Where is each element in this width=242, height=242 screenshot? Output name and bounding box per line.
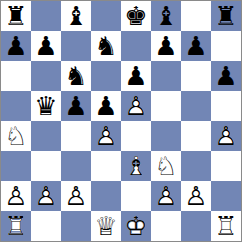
white-pawn-piece: ♟♙ (151, 181, 181, 211)
square-g8[interactable] (181, 1, 211, 31)
square-a7[interactable]: ♟ (1, 31, 31, 61)
square-a2[interactable]: ♟♙ (1, 181, 31, 211)
square-f8[interactable]: ♝ (151, 1, 181, 31)
white-rook-outline: ♖ (1, 211, 31, 241)
white-rook-outline: ♖ (211, 211, 241, 241)
white-bishop-piece: ♝♗ (121, 151, 151, 181)
square-b6[interactable] (31, 61, 61, 91)
white-pawn-outline: ♙ (91, 121, 121, 151)
black-pawn-glyph: ♟ (94, 93, 117, 119)
square-g4[interactable] (181, 121, 211, 151)
white-pawn-outline: ♙ (211, 121, 241, 151)
square-d3[interactable] (91, 151, 121, 181)
square-d7[interactable]: ♞ (91, 31, 121, 61)
white-rook-piece: ♜♖ (1, 211, 31, 241)
black-rook-piece: ♜ (1, 1, 31, 31)
black-bishop-glyph: ♝ (154, 3, 177, 29)
square-g5[interactable] (181, 91, 211, 121)
square-d8[interactable] (91, 1, 121, 31)
square-a8[interactable]: ♜ (1, 1, 31, 31)
white-pawn-piece: ♟♙ (121, 91, 151, 121)
square-f1[interactable] (151, 211, 181, 241)
square-a5[interactable] (1, 91, 31, 121)
square-e3[interactable]: ♝♗ (121, 151, 151, 181)
black-bishop-glyph: ♝ (64, 3, 87, 29)
white-pawn-piece: ♟♙ (31, 181, 61, 211)
square-d2[interactable] (91, 181, 121, 211)
black-queen-glyph: ♛ (34, 93, 57, 119)
square-e2[interactable] (121, 181, 151, 211)
black-pawn-glyph: ♟ (4, 33, 27, 59)
square-b5[interactable]: ♛ (31, 91, 61, 121)
black-pawn-piece: ♟ (61, 91, 91, 121)
square-g2[interactable]: ♟♙ (181, 181, 211, 211)
white-pawn-outline: ♙ (61, 181, 91, 211)
black-rook-glyph: ♜ (4, 3, 27, 29)
white-knight-outline: ♘ (1, 121, 31, 151)
square-d5[interactable]: ♟ (91, 91, 121, 121)
white-king-piece: ♚♔ (121, 211, 151, 241)
square-h8[interactable]: ♜ (211, 1, 241, 31)
white-knight-piece: ♞♘ (1, 121, 31, 151)
square-f2[interactable]: ♟♙ (151, 181, 181, 211)
square-g7[interactable]: ♟ (181, 31, 211, 61)
white-pawn-outline: ♙ (181, 181, 211, 211)
square-a1[interactable]: ♜♖ (1, 211, 31, 241)
white-pawn-piece: ♟♙ (181, 181, 211, 211)
white-king-outline: ♔ (121, 211, 151, 241)
square-e6[interactable]: ♟ (121, 61, 151, 91)
square-e8[interactable]: ♚ (121, 1, 151, 31)
chess-board: ♜♝♚♝♜♟♟♞♟♟♞♟♟♛♟♟♟♙♞♘♟♙♟♙♝♗♞♘♟♙♟♙♟♙♟♙♟♙♜♖… (0, 0, 242, 242)
square-d4[interactable]: ♟♙ (91, 121, 121, 151)
black-king-piece: ♚ (121, 1, 151, 31)
square-f3[interactable]: ♞♘ (151, 151, 181, 181)
black-bishop-piece: ♝ (61, 1, 91, 31)
square-g3[interactable] (181, 151, 211, 181)
square-f6[interactable] (151, 61, 181, 91)
square-c8[interactable]: ♝ (61, 1, 91, 31)
black-rook-piece: ♜ (211, 1, 241, 31)
square-d1[interactable]: ♛♕ (91, 211, 121, 241)
black-queen-piece: ♛ (31, 91, 61, 121)
square-a4[interactable]: ♞♘ (1, 121, 31, 151)
black-pawn-glyph: ♟ (154, 33, 177, 59)
square-g1[interactable] (181, 211, 211, 241)
white-pawn-outline: ♙ (31, 181, 61, 211)
white-pawn-outline: ♙ (151, 181, 181, 211)
square-c4[interactable] (61, 121, 91, 151)
square-h3[interactable] (211, 151, 241, 181)
white-knight-piece: ♞♘ (151, 151, 181, 181)
white-pawn-outline: ♙ (1, 181, 31, 211)
square-b8[interactable] (31, 1, 61, 31)
square-e4[interactable] (121, 121, 151, 151)
white-pawn-piece: ♟♙ (1, 181, 31, 211)
white-pawn-piece: ♟♙ (211, 121, 241, 151)
square-e7[interactable] (121, 31, 151, 61)
square-f4[interactable] (151, 121, 181, 151)
black-pawn-piece: ♟ (1, 31, 31, 61)
square-b1[interactable] (31, 211, 61, 241)
square-g6[interactable] (181, 61, 211, 91)
square-f7[interactable]: ♟ (151, 31, 181, 61)
white-queen-outline: ♕ (91, 211, 121, 241)
black-pawn-piece: ♟ (151, 31, 181, 61)
square-c7[interactable] (61, 31, 91, 61)
black-knight-piece: ♞ (91, 31, 121, 61)
black-pawn-piece: ♟ (31, 31, 61, 61)
square-h5[interactable] (211, 91, 241, 121)
square-b4[interactable] (31, 121, 61, 151)
black-rook-glyph: ♜ (214, 3, 237, 29)
square-e1[interactable]: ♚♔ (121, 211, 151, 241)
white-knight-outline: ♘ (151, 151, 181, 181)
black-pawn-glyph: ♟ (184, 33, 207, 59)
black-pawn-piece: ♟ (211, 61, 241, 91)
black-pawn-piece: ♟ (91, 91, 121, 121)
white-pawn-piece: ♟♙ (61, 181, 91, 211)
square-b2[interactable]: ♟♙ (31, 181, 61, 211)
black-pawn-glyph: ♟ (64, 93, 87, 119)
black-pawn-piece: ♟ (181, 31, 211, 61)
square-c3[interactable] (61, 151, 91, 181)
square-b7[interactable]: ♟ (31, 31, 61, 61)
square-h7[interactable] (211, 31, 241, 61)
square-e5[interactable]: ♟♙ (121, 91, 151, 121)
black-pawn-glyph: ♟ (214, 63, 237, 89)
square-d6[interactable] (91, 61, 121, 91)
white-pawn-piece: ♟♙ (91, 121, 121, 151)
black-bishop-piece: ♝ (151, 1, 181, 31)
black-pawn-glyph: ♟ (124, 63, 147, 89)
square-c6[interactable]: ♞ (61, 61, 91, 91)
square-h1[interactable]: ♜♖ (211, 211, 241, 241)
black-knight-glyph: ♞ (94, 33, 117, 59)
square-h6[interactable]: ♟ (211, 61, 241, 91)
black-knight-glyph: ♞ (64, 63, 87, 89)
black-knight-piece: ♞ (61, 61, 91, 91)
square-c1[interactable] (61, 211, 91, 241)
white-queen-piece: ♛♕ (91, 211, 121, 241)
white-bishop-outline: ♗ (121, 151, 151, 181)
square-c2[interactable]: ♟♙ (61, 181, 91, 211)
square-h4[interactable]: ♟♙ (211, 121, 241, 151)
black-pawn-piece: ♟ (121, 61, 151, 91)
white-rook-piece: ♜♖ (211, 211, 241, 241)
square-h2[interactable] (211, 181, 241, 211)
square-c5[interactable]: ♟ (61, 91, 91, 121)
black-king-glyph: ♚ (124, 3, 147, 29)
square-a6[interactable] (1, 61, 31, 91)
square-a3[interactable] (1, 151, 31, 181)
square-b3[interactable] (31, 151, 61, 181)
white-pawn-outline: ♙ (121, 91, 151, 121)
black-pawn-glyph: ♟ (34, 33, 57, 59)
square-f5[interactable] (151, 91, 181, 121)
